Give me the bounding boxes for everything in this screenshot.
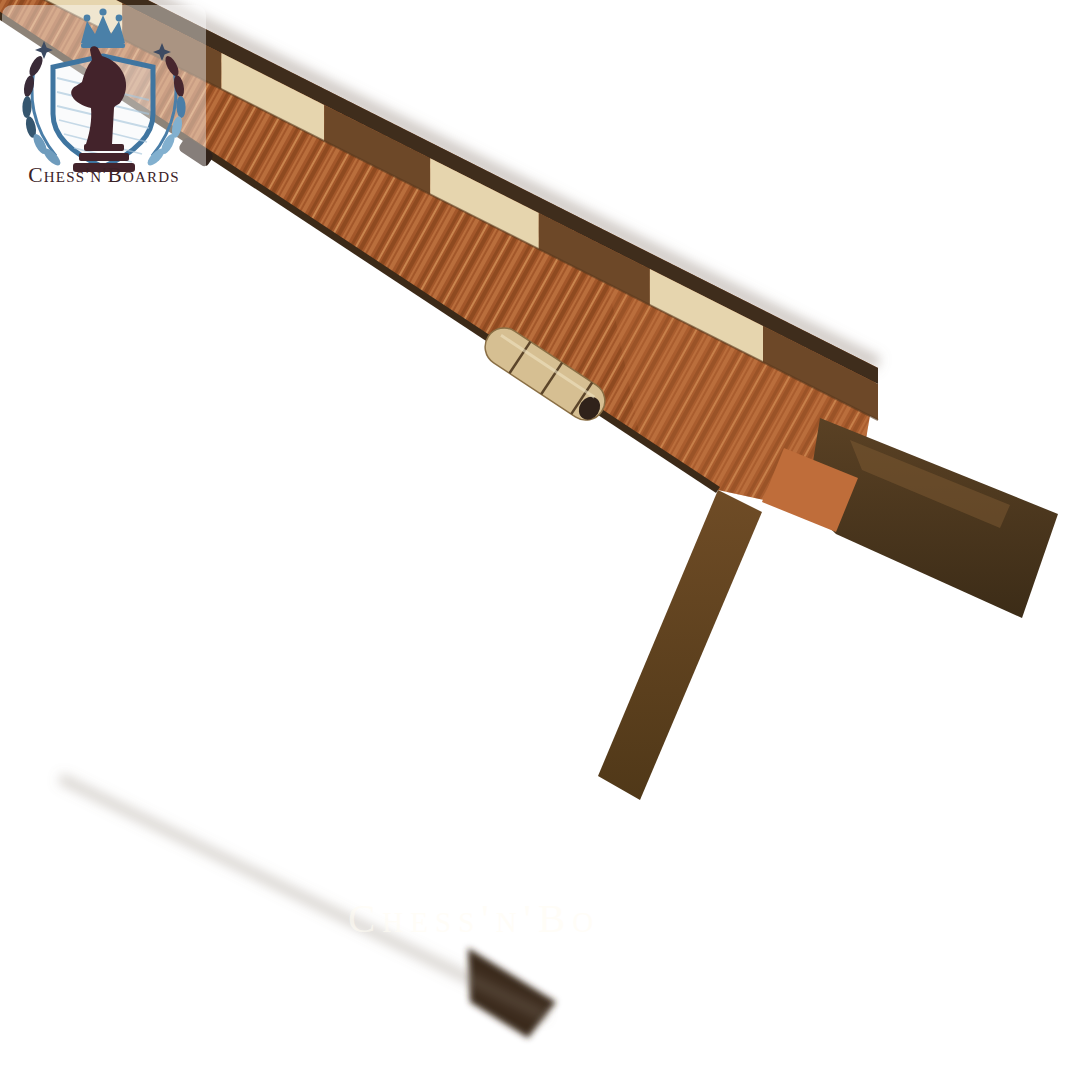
brand-logo: Chess'n'Boards: [2, 4, 206, 192]
lower-half-side-edge: [598, 490, 762, 800]
corner-shadow: [468, 948, 556, 1038]
upper-half-side-panel: [806, 418, 1058, 618]
bottom-edge-shadow: [60, 778, 545, 1016]
logo-wordmark: Chess'n'Boards: [28, 163, 180, 187]
product-photo-stage: Chess'n'Bo: [0, 0, 1080, 1080]
